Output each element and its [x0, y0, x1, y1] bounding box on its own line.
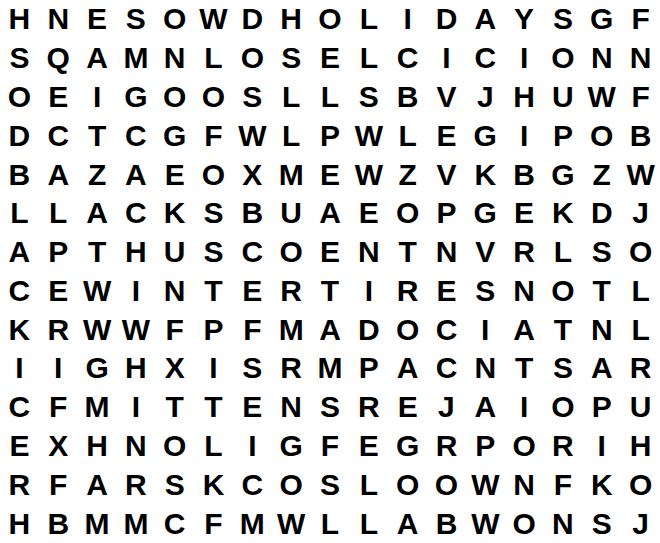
grid-cell[interactable]: D: [582, 194, 621, 233]
grid-cell[interactable]: W: [349, 116, 388, 155]
grid-cell[interactable]: Y: [505, 0, 544, 39]
grid-cell[interactable]: A: [78, 194, 117, 233]
grid-cell[interactable]: H: [116, 349, 155, 388]
grid-cell[interactable]: O: [427, 465, 466, 504]
grid-cell[interactable]: B: [388, 78, 427, 117]
grid-cell[interactable]: A: [466, 0, 505, 39]
grid-cell[interactable]: C: [116, 194, 155, 233]
grid-cell[interactable]: N: [116, 427, 155, 466]
grid-cell[interactable]: K: [155, 194, 194, 233]
grid-cell[interactable]: C: [427, 310, 466, 349]
grid-cell[interactable]: B: [39, 504, 78, 543]
grid-cell[interactable]: P: [39, 233, 78, 272]
grid-cell[interactable]: I: [427, 39, 466, 78]
grid-cell[interactable]: S: [194, 233, 233, 272]
grid-cell[interactable]: I: [505, 39, 544, 78]
grid-cell[interactable]: X: [233, 155, 272, 194]
grid-cell[interactable]: C: [155, 504, 194, 543]
grid-cell[interactable]: J: [466, 78, 505, 117]
grid-cell[interactable]: O: [233, 39, 272, 78]
grid-cell[interactable]: A: [466, 388, 505, 427]
grid-cell[interactable]: C: [0, 388, 39, 427]
grid-cell[interactable]: B: [0, 155, 39, 194]
grid-cell[interactable]: R: [272, 271, 311, 310]
grid-cell[interactable]: U: [621, 388, 660, 427]
grid-cell[interactable]: V: [427, 78, 466, 117]
grid-cell[interactable]: J: [621, 504, 660, 543]
grid-cell[interactable]: E: [349, 194, 388, 233]
grid-cell[interactable]: G: [582, 0, 621, 39]
grid-cell[interactable]: I: [116, 388, 155, 427]
grid-cell[interactable]: X: [39, 427, 78, 466]
grid-cell[interactable]: Z: [78, 155, 117, 194]
grid-cell[interactable]: W: [466, 504, 505, 543]
grid-cell[interactable]: N: [582, 39, 621, 78]
grid-cell[interactable]: M: [116, 39, 155, 78]
grid-cell[interactable]: O: [155, 427, 194, 466]
grid-cell[interactable]: W: [582, 78, 621, 117]
grid-cell[interactable]: M: [78, 388, 117, 427]
grid-cell[interactable]: O: [544, 388, 583, 427]
grid-cell[interactable]: E: [155, 155, 194, 194]
grid-cell[interactable]: H: [0, 504, 39, 543]
grid-cell[interactable]: L: [311, 504, 350, 543]
grid-cell[interactable]: U: [272, 194, 311, 233]
grid-cell[interactable]: L: [349, 39, 388, 78]
grid-cell[interactable]: E: [349, 427, 388, 466]
grid-cell[interactable]: O: [621, 233, 660, 272]
grid-cell[interactable]: R: [621, 349, 660, 388]
grid-cell[interactable]: A: [78, 465, 117, 504]
grid-cell[interactable]: N: [427, 233, 466, 272]
grid-cell[interactable]: R: [544, 427, 583, 466]
grid-cell[interactable]: A: [388, 349, 427, 388]
grid-cell[interactable]: N: [544, 504, 583, 543]
grid-cell[interactable]: E: [311, 155, 350, 194]
grid-cell[interactable]: G: [272, 427, 311, 466]
grid-cell[interactable]: U: [544, 78, 583, 117]
grid-cell[interactable]: S: [116, 0, 155, 39]
grid-cell[interactable]: O: [505, 427, 544, 466]
grid-cell[interactable]: N: [39, 0, 78, 39]
grid-cell[interactable]: T: [544, 310, 583, 349]
grid-cell[interactable]: H: [505, 78, 544, 117]
grid-cell[interactable]: T: [194, 388, 233, 427]
grid-cell[interactable]: E: [388, 388, 427, 427]
grid-cell[interactable]: P: [427, 194, 466, 233]
grid-cell[interactable]: M: [272, 310, 311, 349]
grid-cell[interactable]: S: [582, 504, 621, 543]
grid-cell[interactable]: F: [621, 78, 660, 117]
grid-cell[interactable]: O: [582, 116, 621, 155]
grid-cell[interactable]: W: [78, 310, 117, 349]
grid-cell[interactable]: S: [194, 194, 233, 233]
grid-cell[interactable]: N: [349, 233, 388, 272]
grid-cell[interactable]: F: [39, 465, 78, 504]
grid-cell[interactable]: W: [466, 465, 505, 504]
grid-cell[interactable]: R: [505, 233, 544, 272]
grid-cell[interactable]: O: [311, 0, 350, 39]
grid-cell[interactable]: I: [116, 271, 155, 310]
grid-cell[interactable]: S: [233, 349, 272, 388]
grid-cell[interactable]: A: [582, 349, 621, 388]
grid-cell[interactable]: F: [39, 388, 78, 427]
grid-cell[interactable]: O: [155, 0, 194, 39]
grid-cell[interactable]: E: [39, 271, 78, 310]
grid-cell[interactable]: G: [78, 349, 117, 388]
grid-cell[interactable]: T: [194, 271, 233, 310]
grid-cell[interactable]: K: [194, 465, 233, 504]
grid-cell[interactable]: R: [349, 388, 388, 427]
grid-cell[interactable]: R: [116, 465, 155, 504]
grid-cell[interactable]: T: [78, 116, 117, 155]
grid-cell[interactable]: G: [466, 116, 505, 155]
grid-cell[interactable]: I: [349, 271, 388, 310]
grid-cell[interactable]: I: [194, 349, 233, 388]
grid-cell[interactable]: C: [233, 465, 272, 504]
grid-cell[interactable]: O: [505, 504, 544, 543]
word-search-puzzle: HNESOWDHOLIDAYSGFSQAMNLOSELCICIONNOEIGOO…: [0, 0, 660, 543]
grid-cell[interactable]: G: [388, 427, 427, 466]
grid-cell[interactable]: T: [505, 349, 544, 388]
grid-cell[interactable]: O: [544, 39, 583, 78]
grid-cell[interactable]: L: [194, 427, 233, 466]
grid-cell[interactable]: O: [0, 78, 39, 117]
grid-cell[interactable]: E: [427, 116, 466, 155]
grid-cell[interactable]: A: [78, 39, 117, 78]
grid-cell[interactable]: B: [621, 116, 660, 155]
grid-cell[interactable]: N: [272, 388, 311, 427]
grid-cell[interactable]: F: [155, 310, 194, 349]
grid-cell[interactable]: S: [582, 233, 621, 272]
grid-cell[interactable]: H: [621, 427, 660, 466]
grid-cell[interactable]: S: [311, 388, 350, 427]
grid-cell[interactable]: L: [349, 0, 388, 39]
grid-cell[interactable]: O: [388, 465, 427, 504]
grid-cell[interactable]: P: [582, 388, 621, 427]
grid-cell[interactable]: O: [272, 465, 311, 504]
grid-cell[interactable]: W: [78, 271, 117, 310]
grid-cell[interactable]: L: [349, 504, 388, 543]
grid-cell[interactable]: I: [233, 427, 272, 466]
grid-cell[interactable]: C: [466, 39, 505, 78]
grid-cell[interactable]: V: [466, 233, 505, 272]
grid-cell[interactable]: B: [233, 194, 272, 233]
grid-cell[interactable]: I: [466, 310, 505, 349]
grid-cell[interactable]: A: [116, 155, 155, 194]
grid-cell[interactable]: I: [505, 116, 544, 155]
grid-cell[interactable]: A: [388, 504, 427, 543]
grid-cell[interactable]: S: [233, 78, 272, 117]
grid-cell[interactable]: E: [233, 388, 272, 427]
grid-cell[interactable]: A: [311, 310, 350, 349]
grid-cell[interactable]: R: [427, 427, 466, 466]
grid-cell[interactable]: L: [621, 310, 660, 349]
grid-cell[interactable]: G: [116, 78, 155, 117]
grid-cell[interactable]: P: [194, 310, 233, 349]
grid-cell[interactable]: P: [466, 427, 505, 466]
grid-cell[interactable]: J: [427, 388, 466, 427]
grid-cell[interactable]: E: [505, 194, 544, 233]
grid-cell[interactable]: K: [0, 310, 39, 349]
grid-cell[interactable]: I: [582, 427, 621, 466]
grid-cell[interactable]: E: [39, 78, 78, 117]
grid-cell[interactable]: L: [194, 39, 233, 78]
grid-cell[interactable]: R: [39, 310, 78, 349]
grid-cell[interactable]: I: [505, 388, 544, 427]
grid-cell[interactable]: F: [194, 116, 233, 155]
grid-cell[interactable]: T: [582, 271, 621, 310]
grid-cell[interactable]: X: [155, 349, 194, 388]
grid-cell[interactable]: Z: [582, 155, 621, 194]
grid-cell[interactable]: D: [427, 0, 466, 39]
grid-cell[interactable]: O: [194, 78, 233, 117]
grid-cell[interactable]: C: [39, 116, 78, 155]
grid-cell[interactable]: F: [233, 310, 272, 349]
grid-cell[interactable]: I: [78, 78, 117, 117]
grid-cell[interactable]: K: [582, 465, 621, 504]
grid-cell[interactable]: F: [621, 0, 660, 39]
grid-cell[interactable]: O: [155, 78, 194, 117]
grid-cell[interactable]: J: [621, 194, 660, 233]
grid-cell[interactable]: N: [582, 310, 621, 349]
grid-cell[interactable]: L: [544, 233, 583, 272]
grid-cell[interactable]: A: [39, 155, 78, 194]
grid-cell[interactable]: S: [466, 271, 505, 310]
grid-cell[interactable]: W: [349, 155, 388, 194]
grid-cell[interactable]: I: [39, 349, 78, 388]
grid-cell[interactable]: L: [388, 116, 427, 155]
grid-cell[interactable]: A: [311, 194, 350, 233]
grid-cell[interactable]: T: [311, 271, 350, 310]
grid-cell[interactable]: L: [272, 116, 311, 155]
grid-cell[interactable]: C: [388, 39, 427, 78]
grid-cell[interactable]: L: [311, 78, 350, 117]
grid-cell[interactable]: R: [272, 349, 311, 388]
grid-cell[interactable]: H: [272, 0, 311, 39]
grid-cell[interactable]: H: [78, 427, 117, 466]
grid-cell[interactable]: F: [311, 427, 350, 466]
grid-cell[interactable]: S: [155, 465, 194, 504]
grid-cell[interactable]: T: [78, 233, 117, 272]
grid-cell[interactable]: N: [466, 349, 505, 388]
grid-cell[interactable]: E: [78, 0, 117, 39]
grid-cell[interactable]: W: [233, 116, 272, 155]
grid-cell[interactable]: M: [272, 155, 311, 194]
grid-cell[interactable]: P: [544, 116, 583, 155]
grid-cell[interactable]: M: [78, 504, 117, 543]
grid-cell[interactable]: C: [0, 271, 39, 310]
grid-cell[interactable]: O: [621, 465, 660, 504]
grid-cell[interactable]: O: [388, 194, 427, 233]
grid-cell[interactable]: U: [155, 233, 194, 272]
grid-cell[interactable]: O: [272, 233, 311, 272]
word-search-grid: HNESOWDHOLIDAYSGFSQAMNLOSELCICIONNOEIGOO…: [0, 0, 660, 543]
grid-cell[interactable]: L: [349, 465, 388, 504]
grid-cell[interactable]: E: [311, 39, 350, 78]
grid-cell[interactable]: W: [621, 155, 660, 194]
grid-cell[interactable]: P: [349, 349, 388, 388]
grid-cell[interactable]: K: [466, 155, 505, 194]
grid-cell[interactable]: C: [233, 233, 272, 272]
grid-cell[interactable]: L: [272, 78, 311, 117]
grid-cell[interactable]: C: [116, 116, 155, 155]
grid-cell[interactable]: N: [505, 465, 544, 504]
grid-cell[interactable]: M: [233, 504, 272, 543]
grid-cell[interactable]: D: [233, 0, 272, 39]
grid-cell[interactable]: E: [0, 427, 39, 466]
grid-cell[interactable]: G: [544, 155, 583, 194]
grid-cell[interactable]: A: [0, 233, 39, 272]
grid-cell[interactable]: N: [155, 271, 194, 310]
grid-cell[interactable]: E: [233, 271, 272, 310]
grid-cell[interactable]: O: [388, 310, 427, 349]
grid-cell[interactable]: L: [621, 271, 660, 310]
grid-cell[interactable]: D: [349, 310, 388, 349]
grid-cell[interactable]: O: [194, 155, 233, 194]
grid-cell[interactable]: F: [194, 504, 233, 543]
grid-cell[interactable]: I: [388, 0, 427, 39]
grid-cell[interactable]: L: [39, 194, 78, 233]
grid-cell[interactable]: W: [116, 310, 155, 349]
grid-cell[interactable]: W: [272, 504, 311, 543]
grid-cell[interactable]: G: [466, 194, 505, 233]
grid-cell[interactable]: E: [427, 271, 466, 310]
grid-cell[interactable]: B: [427, 504, 466, 543]
grid-cell[interactable]: N: [155, 39, 194, 78]
grid-cell[interactable]: F: [544, 465, 583, 504]
grid-cell[interactable]: K: [544, 194, 583, 233]
grid-cell[interactable]: H: [0, 0, 39, 39]
grid-cell[interactable]: L: [0, 194, 39, 233]
grid-cell[interactable]: P: [311, 116, 350, 155]
grid-cell[interactable]: S: [311, 465, 350, 504]
grid-cell[interactable]: N: [505, 271, 544, 310]
grid-cell[interactable]: H: [116, 233, 155, 272]
grid-cell[interactable]: S: [349, 78, 388, 117]
grid-cell[interactable]: O: [544, 271, 583, 310]
grid-cell[interactable]: N: [621, 39, 660, 78]
grid-cell[interactable]: V: [427, 155, 466, 194]
grid-cell[interactable]: I: [0, 349, 39, 388]
grid-cell[interactable]: W: [194, 0, 233, 39]
grid-cell[interactable]: E: [311, 233, 350, 272]
grid-cell[interactable]: Q: [39, 39, 78, 78]
grid-cell[interactable]: R: [388, 271, 427, 310]
grid-cell[interactable]: T: [388, 233, 427, 272]
grid-cell[interactable]: D: [0, 116, 39, 155]
grid-cell[interactable]: A: [505, 310, 544, 349]
grid-cell[interactable]: G: [155, 116, 194, 155]
grid-cell[interactable]: S: [0, 39, 39, 78]
grid-cell[interactable]: B: [505, 155, 544, 194]
grid-cell[interactable]: M: [116, 504, 155, 543]
grid-cell[interactable]: T: [155, 388, 194, 427]
grid-cell[interactable]: Z: [388, 155, 427, 194]
grid-cell[interactable]: S: [272, 39, 311, 78]
grid-cell[interactable]: M: [311, 349, 350, 388]
grid-cell[interactable]: C: [427, 349, 466, 388]
grid-cell[interactable]: R: [0, 465, 39, 504]
grid-cell[interactable]: S: [544, 0, 583, 39]
grid-cell[interactable]: S: [544, 349, 583, 388]
